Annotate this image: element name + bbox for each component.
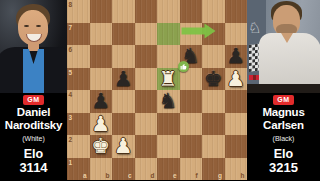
square-d4[interactable]	[135, 90, 158, 113]
rank-label-5: 5	[69, 69, 73, 76]
rank-label-7: 7	[69, 24, 73, 31]
rank-label-1: 1	[69, 159, 73, 166]
square-h8[interactable]	[225, 0, 248, 23]
white-player-photo	[0, 0, 67, 93]
file-label-h: h	[241, 172, 245, 179]
white-player-eye	[24, 25, 29, 27]
square-b6[interactable]	[90, 45, 113, 68]
piece-white-pawn-c2[interactable]: ♟	[112, 135, 135, 158]
black-player-panel: ♘ GM Magnus Carlsen (Black) Elo 3215	[247, 0, 320, 180]
file-label-d: d	[151, 172, 155, 179]
white-player-eye	[36, 25, 41, 27]
square-d2[interactable]	[135, 135, 158, 158]
square-f7[interactable]	[180, 23, 203, 46]
piece-white-pawn-h5[interactable]: ♟	[225, 68, 248, 91]
knight-graphic-icon: ♘	[248, 21, 261, 36]
white-side-label: (White)	[0, 134, 67, 143]
piece-black-king-g5[interactable]: ♚	[202, 68, 225, 91]
square-d7[interactable]	[135, 23, 158, 46]
white-player-neck	[28, 42, 39, 51]
square-h4[interactable]	[225, 90, 248, 113]
square-c3[interactable]	[112, 113, 135, 136]
black-player-photo: ♘	[247, 0, 320, 93]
square-f2[interactable]	[180, 135, 203, 158]
square-f4[interactable]	[180, 90, 203, 113]
file-label-g: g	[218, 172, 222, 179]
thumbs-up-icon	[178, 61, 189, 72]
black-player-shirt	[259, 33, 320, 86]
thumbnail: GM Daniel Naroditsky (White) Elo 3114 87…	[0, 0, 320, 180]
square-f3[interactable]	[180, 113, 203, 136]
square-g8[interactable]	[202, 0, 225, 23]
piece-black-knight-e4[interactable]: ♞	[157, 90, 180, 113]
square-d5[interactable]	[135, 68, 158, 91]
square-e2[interactable]	[157, 135, 180, 158]
white-player-first-name: Daniel	[0, 106, 67, 119]
rank-label-4: 4	[69, 91, 73, 98]
black-player-last-name: Carlsen	[247, 119, 320, 132]
square-c8[interactable]	[112, 0, 135, 23]
file-label-e: e	[173, 172, 177, 179]
piece-black-pawn-h6[interactable]: ♟	[225, 45, 248, 68]
white-player-last-name: Naroditsky	[0, 119, 67, 132]
file-label-b: b	[106, 172, 110, 179]
rank-label-3: 3	[69, 114, 73, 121]
rank-label-6: 6	[69, 46, 73, 53]
square-g2[interactable]	[202, 135, 225, 158]
square-c7[interactable]	[112, 23, 135, 46]
piece-white-king-b2[interactable]: ♚	[90, 135, 113, 158]
black-elo-label: Elo	[247, 148, 320, 161]
piece-black-pawn-b4[interactable]: ♟	[90, 90, 113, 113]
white-elo-label: Elo	[0, 148, 67, 161]
file-label-f: f	[196, 172, 198, 179]
file-label-a: a	[83, 172, 87, 179]
rank-label-8: 8	[69, 1, 73, 8]
square-h2[interactable]	[225, 135, 248, 158]
white-elo-value: 3114	[0, 161, 67, 175]
square-b5[interactable]	[90, 68, 113, 91]
square-e3[interactable]	[157, 113, 180, 136]
square-e8[interactable]	[157, 0, 180, 23]
piece-black-pawn-c5[interactable]: ♟	[112, 68, 135, 91]
white-player-panel: GM Daniel Naroditsky (White) Elo 3114	[0, 0, 67, 180]
black-gm-badge: GM	[273, 95, 294, 105]
square-g3[interactable]	[202, 113, 225, 136]
square-h7[interactable]	[225, 23, 248, 46]
black-side-label: (Black)	[247, 134, 320, 143]
square-g7[interactable]	[202, 23, 225, 46]
rank-label-2: 2	[69, 136, 73, 143]
black-player-info: GM Magnus Carlsen (Black) Elo 3215	[247, 93, 320, 180]
table-edge	[247, 84, 320, 93]
black-elo-value: 3215	[247, 161, 320, 175]
square-b7[interactable]	[90, 23, 113, 46]
square-d6[interactable]	[135, 45, 158, 68]
piece-white-rook-e5[interactable]: ♜	[157, 68, 180, 91]
square-e6[interactable]	[157, 45, 180, 68]
square-d8[interactable]	[135, 0, 158, 23]
square-b8[interactable]	[90, 0, 113, 23]
square-e7[interactable]	[157, 23, 180, 46]
square-h3[interactable]	[225, 113, 248, 136]
file-label-c: c	[128, 172, 132, 179]
white-gm-badge: GM	[23, 95, 44, 105]
square-c6[interactable]	[112, 45, 135, 68]
piece-white-pawn-b3[interactable]: ♟	[90, 113, 113, 136]
white-player-info: GM Daniel Naroditsky (White) Elo 3114	[0, 93, 67, 180]
square-f8[interactable]	[180, 0, 203, 23]
chess-board[interactable]: 87654321abcdefgh♜♚♟♟♟♚♞♞♟♟♟	[67, 0, 247, 180]
square-d3[interactable]	[135, 113, 158, 136]
square-c4[interactable]	[112, 90, 135, 113]
square-g6[interactable]	[202, 45, 225, 68]
black-player-first-name: Magnus	[247, 106, 320, 119]
square-g4[interactable]	[202, 90, 225, 113]
square-f1[interactable]	[180, 158, 203, 181]
